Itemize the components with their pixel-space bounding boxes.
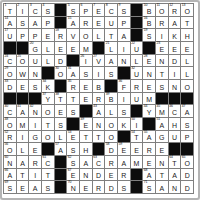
cell-14-2[interactable]: T <box>17 169 29 181</box>
cell-12-2[interactable]: L <box>17 143 29 155</box>
cell-7-10[interactable]: 36F <box>118 80 130 92</box>
cell-8-9[interactable]: 39B <box>105 93 117 105</box>
clue-number: 47 <box>182 105 186 109</box>
cell-1-14[interactable]: 12R <box>169 4 181 16</box>
cell-letter: E <box>147 58 152 65</box>
cell-5-7[interactable]: 26I <box>80 55 92 67</box>
cell-4-15[interactable]: E <box>181 42 193 54</box>
cell-14-4[interactable]: T <box>42 169 54 181</box>
cell-13-3[interactable]: R <box>29 156 41 168</box>
cell-14-12[interactable]: 68A <box>143 169 155 181</box>
cell-4-10[interactable]: I <box>118 42 130 54</box>
cell-letter: A <box>121 33 126 40</box>
cell-4-7[interactable]: M <box>80 42 92 54</box>
cell-letter: H <box>185 33 190 40</box>
cell-8-11[interactable]: U <box>131 93 143 105</box>
clue-number: 20 <box>30 42 34 46</box>
cell-11-12[interactable]: 55A <box>143 131 155 143</box>
clue-number: 71 <box>144 181 148 185</box>
cell-12-1[interactable]: 56O <box>4 143 16 155</box>
cell-letter: T <box>160 172 164 179</box>
cell-letter: S <box>45 185 50 192</box>
cell-10-11[interactable]: 50I <box>131 118 143 130</box>
cell-13-14[interactable]: 64T <box>169 156 181 168</box>
clue-number: 15 <box>68 17 72 21</box>
cell-letter: R <box>134 84 139 91</box>
cell-8-5[interactable]: 38T <box>55 93 67 105</box>
cell-1-1[interactable]: 1T <box>4 4 16 16</box>
cell-4-3[interactable]: 20G <box>29 42 41 54</box>
cell-1-10[interactable]: 9S <box>118 4 130 16</box>
cell-13-7[interactable]: A <box>80 156 92 168</box>
cell-5-4[interactable]: L <box>42 55 54 67</box>
cell-14-14[interactable]: A <box>169 169 181 181</box>
cell-11-15[interactable]: P <box>181 131 193 143</box>
cell-letter: T <box>96 134 100 141</box>
cell-letter: I <box>123 96 125 103</box>
cell-1-13[interactable]: 11O <box>156 4 168 16</box>
cell-13-4[interactable]: 61C <box>42 156 54 168</box>
cell-3-8[interactable]: L <box>93 29 105 41</box>
cell-3-1[interactable]: 17U <box>4 29 16 41</box>
cell-5-12[interactable]: 28E <box>143 55 155 67</box>
cell-15-12[interactable]: 71S <box>143 181 155 193</box>
cell-6-7[interactable]: S <box>80 67 92 79</box>
clue-number: 67 <box>68 169 72 173</box>
cell-4-4[interactable]: L <box>42 42 54 54</box>
cell-6-2[interactable]: W <box>17 67 29 79</box>
cell-letter: U <box>172 134 177 141</box>
cell-2-8[interactable]: E <box>93 17 105 29</box>
cell-2-13[interactable]: R <box>156 17 168 29</box>
cell-11-10-block <box>118 131 130 143</box>
cell-letter: D <box>185 185 190 192</box>
cell-9-14[interactable]: 46C <box>169 105 181 117</box>
clue-number: 53 <box>68 131 72 135</box>
cell-8-12[interactable]: M <box>143 93 155 105</box>
clue-number: 13 <box>182 4 186 8</box>
cell-15-7[interactable]: E <box>80 181 92 193</box>
cell-12-12[interactable]: R <box>143 143 155 155</box>
cell-11-9[interactable]: O <box>105 131 117 143</box>
cell-13-10[interactable]: A <box>118 156 130 168</box>
cell-5-1[interactable]: 24C <box>4 55 16 67</box>
cell-11-13[interactable]: G <box>156 131 168 143</box>
cell-1-5-block <box>55 4 67 16</box>
cell-13-6[interactable]: 62S <box>67 156 79 168</box>
cell-3-13[interactable]: I <box>156 29 168 41</box>
cell-9-5[interactable]: E <box>55 105 67 117</box>
cell-7-15[interactable]: O <box>181 80 193 92</box>
cell-10-8[interactable]: N <box>93 118 105 130</box>
cell-2-12[interactable]: 16B <box>143 17 155 29</box>
cell-letter: U <box>134 71 139 78</box>
cell-4-9[interactable]: 21L <box>105 42 117 54</box>
clue-number: 68 <box>144 169 148 173</box>
cell-4-5[interactable]: E <box>55 42 67 54</box>
cell-10-14[interactable]: H <box>169 118 181 130</box>
cell-15-3[interactable]: A <box>29 181 41 193</box>
cell-2-10[interactable]: P <box>118 17 130 29</box>
cell-1-9[interactable]: 8C <box>105 4 117 16</box>
cell-10-13[interactable]: 51A <box>156 118 168 130</box>
cell-letter: U <box>33 58 38 65</box>
cell-12-6[interactable]: S <box>67 143 79 155</box>
cell-14-5-block <box>55 169 67 181</box>
cell-12-15-block <box>181 143 193 155</box>
cell-6-3[interactable]: N <box>29 67 41 79</box>
cell-7-7[interactable]: E <box>80 80 92 92</box>
cell-9-6[interactable]: S <box>67 105 79 117</box>
cell-letter: O <box>184 160 189 167</box>
cell-1-7[interactable]: 6P <box>80 4 92 16</box>
cell-letter: E <box>185 46 190 53</box>
clue-number: 21 <box>106 42 110 46</box>
cell-6-13[interactable]: T <box>156 67 168 79</box>
cell-letter: E <box>96 20 101 27</box>
cell-letter: P <box>33 33 38 40</box>
cell-4-6[interactable]: E <box>67 42 79 54</box>
cell-10-10[interactable]: K <box>118 118 130 130</box>
cell-5-13[interactable]: N <box>156 55 168 67</box>
cell-10-6-block <box>67 118 79 130</box>
cell-12-13[interactable]: E <box>156 143 168 155</box>
cell-1-2[interactable]: 2I <box>17 4 29 16</box>
cell-1-3[interactable]: 3C <box>29 4 41 16</box>
cell-1-6[interactable]: 5S <box>67 4 79 16</box>
cell-4-8-block <box>93 42 105 54</box>
cell-15-5-block <box>55 181 67 193</box>
cell-10-2[interactable]: M <box>17 118 29 130</box>
cell-11-8[interactable]: T <box>93 131 105 143</box>
cell-13-11[interactable]: M <box>131 156 143 168</box>
cell-letter: E <box>159 46 164 53</box>
cell-1-8[interactable]: 7E <box>93 4 105 16</box>
cell-letter: S <box>83 71 88 78</box>
cell-14-7[interactable]: N <box>80 169 92 181</box>
clue-number: 60 <box>5 156 9 160</box>
cell-letter: N <box>33 71 38 78</box>
cell-letter: A <box>109 58 114 65</box>
cell-10-15[interactable]: S <box>181 118 193 130</box>
cell-letter: E <box>71 134 76 141</box>
cell-15-8[interactable]: R <box>93 181 105 193</box>
cell-8-2-block <box>17 93 29 105</box>
cell-9-10[interactable]: S <box>118 105 130 117</box>
cell-letter: D <box>172 58 177 65</box>
cell-11-7[interactable]: T <box>80 131 92 143</box>
cell-letter: P <box>45 20 50 27</box>
cell-15-2[interactable]: E <box>17 181 29 193</box>
cell-letter: M <box>146 96 152 103</box>
clue-number: 50 <box>131 118 135 122</box>
cell-letter: R <box>109 160 114 167</box>
cell-13-9[interactable]: R <box>105 156 117 168</box>
cell-13-1[interactable]: 60N <box>4 156 16 168</box>
cell-letter: U <box>134 46 139 53</box>
cell-6-6[interactable]: 31A <box>67 67 79 79</box>
cell-3-12[interactable]: 19S <box>143 29 155 41</box>
cell-letter: I <box>22 134 24 141</box>
clue-number: 69 <box>5 181 9 185</box>
cell-3-3[interactable]: P <box>29 29 41 41</box>
cell-letter: C <box>172 109 177 116</box>
cell-8-10[interactable]: I <box>118 93 130 105</box>
cell-1-15[interactable]: 13O <box>181 4 193 16</box>
cell-15-15[interactable]: D <box>181 181 193 193</box>
cell-3-2[interactable]: P <box>17 29 29 41</box>
cell-3-10[interactable]: A <box>118 29 130 41</box>
cell-2-5-block <box>55 17 67 29</box>
cell-12-11[interactable]: E <box>131 143 143 155</box>
clue-number: 64 <box>169 156 173 160</box>
cell-9-3[interactable]: 42N <box>29 105 41 117</box>
cell-7-1[interactable]: 33D <box>4 80 16 92</box>
cell-5-14[interactable]: D <box>169 55 181 67</box>
cell-2-1[interactable]: 14A <box>4 17 16 29</box>
cell-letter: P <box>121 20 126 27</box>
cell-11-4[interactable]: O <box>42 131 54 143</box>
cell-14-11-block <box>131 169 143 181</box>
cell-letter: F <box>122 84 126 91</box>
cell-10-1[interactable]: 48O <box>4 118 16 130</box>
cell-7-14[interactable]: N <box>169 80 181 92</box>
cell-1-12[interactable]: 10B <box>143 4 155 16</box>
cell-6-15[interactable]: L <box>181 67 193 79</box>
cell-4-11[interactable]: 22U <box>131 42 143 54</box>
cell-13-15[interactable]: 65O <box>181 156 193 168</box>
cell-15-10[interactable]: S <box>118 181 130 193</box>
cell-11-14[interactable]: U <box>169 131 181 143</box>
cell-letter: R <box>147 147 152 154</box>
cell-letter: E <box>83 122 88 129</box>
cell-5-11[interactable]: L <box>131 55 143 67</box>
cell-5-2[interactable]: 25O <box>17 55 29 67</box>
cell-6-8[interactable]: I <box>93 67 105 79</box>
crossword-screenshot: 1T2I3C4S5S6P7E8C9S10B11O12R13O14ASAP15AR… <box>0 0 200 200</box>
cell-3-6[interactable]: V <box>67 29 79 41</box>
cell-15-14[interactable]: N <box>169 181 181 193</box>
cell-letter: I <box>123 46 125 53</box>
cell-14-8[interactable]: D <box>93 169 105 181</box>
cell-letter: I <box>136 122 138 129</box>
clue-number: 28 <box>144 55 148 59</box>
cell-9-1[interactable]: 40C <box>4 105 16 117</box>
cell-letter: M <box>83 46 89 53</box>
cell-12-3[interactable]: E <box>29 143 41 155</box>
cell-letter: I <box>98 71 100 78</box>
cell-14-9[interactable]: E <box>105 169 117 181</box>
cell-letter: E <box>58 109 63 116</box>
cell-10-4[interactable]: T <box>42 118 54 130</box>
clue-number: 30 <box>55 67 59 71</box>
cell-8-7[interactable]: E <box>80 93 92 105</box>
clue-number: 70 <box>68 181 72 185</box>
cell-letter: N <box>33 109 38 116</box>
cell-12-10[interactable]: 59E <box>118 143 130 155</box>
cell-letter: M <box>20 122 26 129</box>
cell-12-5[interactable]: 57A <box>55 143 67 155</box>
cell-15-1[interactable]: 69S <box>4 181 16 193</box>
cell-9-2[interactable]: 41A <box>17 105 29 117</box>
cell-6-9[interactable]: S <box>105 67 117 79</box>
cell-letter: S <box>45 8 50 15</box>
cell-8-8[interactable]: R <box>93 93 105 105</box>
cell-5-5[interactable]: D <box>55 55 67 67</box>
cell-letter: L <box>21 147 25 154</box>
cell-9-9[interactable]: L <box>105 105 117 117</box>
cell-2-6[interactable]: 15A <box>67 17 79 29</box>
cell-11-11[interactable]: 54T <box>131 131 143 143</box>
cell-1-4[interactable]: 4S <box>42 4 54 16</box>
clue-number: 34 <box>43 80 47 84</box>
cell-4-14[interactable]: E <box>169 42 181 54</box>
cell-15-9[interactable]: D <box>105 181 117 193</box>
cell-11-2[interactable]: I <box>17 131 29 143</box>
cell-13-2[interactable]: A <box>17 156 29 168</box>
cell-6-1[interactable]: 29O <box>4 67 16 79</box>
cell-letter: B <box>109 96 114 103</box>
cell-5-10[interactable]: N <box>118 55 130 67</box>
cell-7-11[interactable]: R <box>131 80 143 92</box>
cell-letter: A <box>20 109 25 116</box>
cell-2-7[interactable]: R <box>80 17 92 29</box>
cell-11-6[interactable]: 53E <box>67 131 79 143</box>
clue-number: 48 <box>5 118 9 122</box>
cell-letter: O <box>184 84 189 91</box>
cell-14-13[interactable]: T <box>156 169 168 181</box>
cell-14-10[interactable]: R <box>118 169 130 181</box>
cell-letter: S <box>20 20 25 27</box>
cell-3-5[interactable]: 18R <box>55 29 67 41</box>
cell-14-1[interactable]: 66A <box>4 169 16 181</box>
cell-letter: D <box>58 58 63 65</box>
cell-12-7[interactable]: H <box>80 143 92 155</box>
cell-6-12[interactable]: N <box>143 67 155 79</box>
cell-letter: S <box>109 71 114 78</box>
cell-2-2[interactable]: S <box>17 17 29 29</box>
cell-6-5[interactable]: 30O <box>55 67 67 79</box>
cell-3-14[interactable]: K <box>169 29 181 41</box>
cell-7-6[interactable]: 35R <box>67 80 79 92</box>
cell-3-4[interactable]: E <box>42 29 54 41</box>
cell-15-13[interactable]: A <box>156 181 168 193</box>
cell-7-13[interactable]: S <box>156 80 168 92</box>
cell-14-3[interactable]: I <box>29 169 41 181</box>
cell-7-8[interactable]: B <box>93 80 105 92</box>
clue-number: 2 <box>17 4 19 8</box>
clue-number: 17 <box>5 29 9 33</box>
cell-letter: A <box>172 172 177 179</box>
cell-3-9[interactable]: T <box>105 29 117 41</box>
cell-14-15[interactable]: D <box>181 169 193 181</box>
cell-2-15[interactable]: T <box>181 17 193 29</box>
cell-letter: E <box>147 160 152 167</box>
cell-9-12[interactable]: 44Y <box>143 105 155 117</box>
cell-7-2[interactable]: E <box>17 80 29 92</box>
cell-5-8[interactable]: 27V <box>93 55 105 67</box>
cell-10-9[interactable]: O <box>105 118 117 130</box>
cell-10-5[interactable]: S <box>55 118 67 130</box>
cell-5-15[interactable]: L <box>181 55 193 67</box>
cell-13-12[interactable]: E <box>143 156 155 168</box>
cell-letter: I <box>161 33 163 40</box>
cell-letter: V <box>96 58 101 65</box>
cell-letter: N <box>96 122 101 129</box>
cell-letter: S <box>71 147 76 154</box>
cell-9-8[interactable]: 43A <box>93 105 105 117</box>
cell-7-9-block <box>105 80 117 92</box>
cell-letter: R <box>172 8 177 15</box>
cell-2-4[interactable]: P <box>42 17 54 29</box>
cell-2-3[interactable]: A <box>29 17 41 29</box>
cell-letter: E <box>20 84 25 91</box>
cell-letter: S <box>71 109 76 116</box>
cell-2-9[interactable]: U <box>105 17 117 29</box>
cell-letter: O <box>108 122 113 129</box>
cell-6-14[interactable]: I <box>169 67 181 79</box>
cell-2-14[interactable]: A <box>169 17 181 29</box>
cell-13-13[interactable]: N <box>156 156 168 168</box>
cell-letter: A <box>71 20 76 27</box>
cell-10-3[interactable]: I <box>29 118 41 130</box>
cell-4-13[interactable]: 23E <box>156 42 168 54</box>
crossword-grid: 1T2I3C4S5S6P7E8C9S10B11O12R13O14ASAP15AR… <box>3 3 194 194</box>
cell-15-6[interactable]: 70N <box>67 181 79 193</box>
cell-letter: D <box>109 185 114 192</box>
cell-15-4[interactable]: S <box>42 181 54 193</box>
cell-11-3[interactable]: G <box>29 131 41 143</box>
cell-letter: U <box>7 33 12 40</box>
cell-3-15[interactable]: H <box>181 29 193 41</box>
cell-13-8[interactable]: 63C <box>93 156 105 168</box>
cell-letter: O <box>7 147 12 154</box>
cell-7-4[interactable]: 34K <box>42 80 54 92</box>
cell-letter: O <box>20 58 25 65</box>
clue-number: 41 <box>17 105 21 109</box>
cell-letter: A <box>7 20 12 27</box>
clue-number: 49 <box>81 118 85 122</box>
cell-6-11[interactable]: 32U <box>131 67 143 79</box>
cell-9-13[interactable]: 45M <box>156 105 168 117</box>
cell-letter: R <box>58 33 63 40</box>
cell-9-15[interactable]: 47A <box>181 105 193 117</box>
cell-letter: N <box>147 71 152 78</box>
cell-letter: A <box>58 147 63 154</box>
cell-letter: Y <box>147 109 152 116</box>
cell-7-12[interactable]: E <box>143 80 155 92</box>
cell-8-13-block <box>156 93 168 105</box>
cell-letter: O <box>7 71 12 78</box>
cell-11-1[interactable]: 52R <box>4 131 16 143</box>
cell-5-9[interactable]: A <box>105 55 117 67</box>
cell-7-3[interactable]: S <box>29 80 41 92</box>
cell-10-7[interactable]: 49E <box>80 118 92 130</box>
cell-letter: O <box>108 134 113 141</box>
cell-5-3[interactable]: U <box>29 55 41 67</box>
cell-letter: B <box>96 84 101 91</box>
cell-3-7[interactable]: O <box>80 29 92 41</box>
cell-11-5[interactable]: L <box>55 131 67 143</box>
cell-9-4[interactable]: O <box>42 105 54 117</box>
clue-number: 40 <box>5 105 9 109</box>
cell-letter: S <box>71 8 76 15</box>
cell-letter: A <box>185 109 190 116</box>
cell-8-4[interactable]: 37Y <box>42 93 54 105</box>
cell-8-6[interactable]: T <box>67 93 79 105</box>
cell-14-6[interactable]: 67E <box>67 169 79 181</box>
cell-12-9[interactable]: 58D <box>105 143 117 155</box>
